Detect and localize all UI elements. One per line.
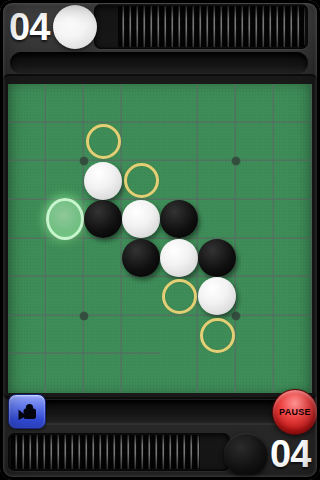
cell-f3[interactable] [198, 161, 236, 200]
grille-ribs [11, 435, 200, 469]
white-disc [84, 162, 122, 200]
cell-g6[interactable] [236, 277, 274, 316]
cell-h2[interactable] [274, 123, 312, 162]
black-disc [84, 200, 122, 238]
cell-h1[interactable] [274, 84, 312, 123]
cell-d2[interactable] [122, 123, 160, 162]
legal-move-hint[interactable] [124, 163, 159, 198]
legal-move-hint[interactable] [162, 279, 197, 314]
game-screen: 04 PAUSE 04 [0, 0, 320, 480]
cell-a3[interactable] [8, 161, 46, 200]
pause-button[interactable]: PAUSE [272, 389, 318, 435]
legal-move-hint[interactable] [86, 124, 121, 159]
cell-a7[interactable] [8, 316, 46, 355]
cell-b2[interactable] [46, 123, 84, 162]
cell-d3[interactable] [122, 161, 160, 200]
cell-f7[interactable] [198, 316, 236, 355]
cell-b5[interactable] [46, 239, 84, 278]
replay-camera-button[interactable] [8, 394, 46, 429]
cell-b6[interactable] [46, 277, 84, 316]
highlight-disc[interactable] [46, 198, 84, 240]
cell-f2[interactable] [198, 123, 236, 162]
grille-ribs [118, 6, 305, 47]
cell-h8[interactable] [274, 354, 312, 393]
cell-e4[interactable] [160, 200, 198, 239]
cell-g4[interactable] [236, 200, 274, 239]
cell-f5[interactable] [198, 239, 236, 278]
black-disc [122, 239, 160, 277]
cell-e7[interactable] [160, 316, 198, 355]
cell-c8[interactable] [84, 354, 122, 393]
cell-g1[interactable] [236, 84, 274, 123]
white-disc [160, 239, 198, 277]
cell-g7[interactable] [236, 316, 274, 355]
cell-h4[interactable] [274, 200, 312, 239]
cell-a4[interactable] [8, 200, 46, 239]
white-timer-bar [10, 52, 308, 75]
speaker-grille-bottom [8, 433, 230, 471]
cell-a5[interactable] [8, 239, 46, 278]
cell-f8[interactable] [198, 354, 236, 393]
black-disc [198, 239, 236, 277]
cell-e2[interactable] [160, 123, 198, 162]
cell-d5[interactable] [122, 239, 160, 278]
cell-c7[interactable] [84, 316, 122, 355]
cell-f1[interactable] [198, 84, 236, 123]
cell-b3[interactable] [46, 161, 84, 200]
cell-c1[interactable] [84, 84, 122, 123]
cell-e6[interactable] [160, 277, 198, 316]
cell-b1[interactable] [46, 84, 84, 123]
cell-b4[interactable] [46, 200, 84, 239]
speaker-grille-top [94, 4, 308, 49]
cell-c4[interactable] [84, 200, 122, 239]
cell-a2[interactable] [8, 123, 46, 162]
cell-b8[interactable] [46, 354, 84, 393]
video-camera-icon [15, 401, 39, 423]
cell-h3[interactable] [274, 161, 312, 200]
cell-e5[interactable] [160, 239, 198, 278]
cell-h6[interactable] [274, 277, 312, 316]
cell-e1[interactable] [160, 84, 198, 123]
cell-f6[interactable] [198, 277, 236, 316]
cell-c3[interactable] [84, 161, 122, 200]
cell-a1[interactable] [8, 84, 46, 123]
cell-a6[interactable] [8, 277, 46, 316]
cell-d8[interactable] [122, 354, 160, 393]
legal-move-hint[interactable] [200, 318, 235, 353]
cell-a8[interactable] [8, 354, 46, 393]
white-player-disc-icon [53, 5, 97, 49]
cell-d7[interactable] [122, 316, 160, 355]
cell-b7[interactable] [46, 316, 84, 355]
black-disc [160, 200, 198, 238]
cell-c5[interactable] [84, 239, 122, 278]
cell-g2[interactable] [236, 123, 274, 162]
white-disc [122, 200, 160, 238]
white-disc [198, 277, 236, 315]
cell-f4[interactable] [198, 200, 236, 239]
cell-e8[interactable] [160, 354, 198, 393]
cell-g3[interactable] [236, 161, 274, 200]
black-player-disc-icon [224, 433, 268, 477]
board-frame [4, 76, 316, 397]
cell-d1[interactable] [122, 84, 160, 123]
cell-d4[interactable] [122, 200, 160, 239]
cell-c2[interactable] [84, 123, 122, 162]
cell-d6[interactable] [122, 277, 160, 316]
cell-g5[interactable] [236, 239, 274, 278]
cell-c6[interactable] [84, 277, 122, 316]
black-score: 04 [270, 430, 320, 478]
othello-board [8, 84, 312, 393]
cell-h5[interactable] [274, 239, 312, 278]
cell-g8[interactable] [236, 354, 274, 393]
cell-e3[interactable] [160, 161, 198, 200]
black-timer-bar [29, 400, 286, 424]
cell-h7[interactable] [274, 316, 312, 355]
